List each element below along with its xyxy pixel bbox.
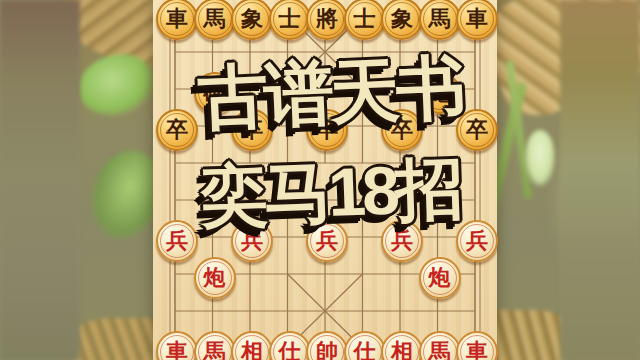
screenshot-root: { "game": "xiangqi", "position": { "fen"… xyxy=(0,0,640,360)
piece-black-soldier[interactable]: 卒 xyxy=(156,109,198,151)
piece-black-elephant[interactable]: 象 xyxy=(231,0,273,40)
piece-red-soldier[interactable]: 兵 xyxy=(456,220,498,262)
piece-black-general[interactable]: 將 xyxy=(306,0,348,40)
piece-black-horse[interactable]: 馬 xyxy=(194,0,236,40)
piece-red-cannon[interactable]: 炮 xyxy=(194,257,236,299)
blur-bar-left xyxy=(0,0,80,360)
blur-bar-right xyxy=(560,0,640,360)
piece-black-advisor[interactable]: 士 xyxy=(344,0,386,40)
piece-red-soldier[interactable]: 兵 xyxy=(156,220,198,262)
piece-black-chariot[interactable]: 車 xyxy=(456,0,498,40)
piece-black-chariot[interactable]: 車 xyxy=(156,0,198,40)
overlay-title-line1: 古谱天书 xyxy=(197,52,464,133)
overlay-title-line2: 奕马18招 xyxy=(199,153,461,230)
piece-black-advisor[interactable]: 士 xyxy=(269,0,311,40)
piece-red-cannon[interactable]: 炮 xyxy=(419,257,461,299)
piece-black-elephant[interactable]: 象 xyxy=(381,0,423,40)
bud-blob-right xyxy=(525,130,555,186)
piece-black-horse[interactable]: 馬 xyxy=(419,0,461,40)
